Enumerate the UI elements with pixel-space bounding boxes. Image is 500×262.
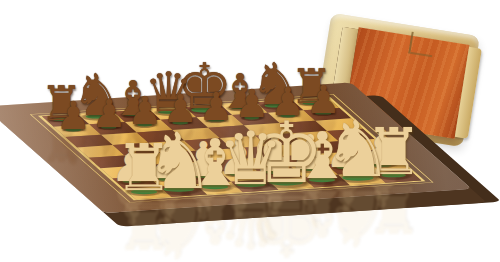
pieces-layer: ♜♜♞♞♝♝♛♛♚♚♝♝♞♞♜♜♟♟♟♟♟♟♟♟♟♟♟♟♟♟♟♟♟♟♟♟♟♟♟♟… — [0, 0, 500, 262]
piece-glyph: ♜ — [115, 136, 173, 201]
scene: ♜♜♞♞♝♝♛♛♚♚♝♝♞♞♜♜♟♟♟♟♟♟♟♟♟♟♟♟♟♟♟♟♟♟♟♟♟♟♟♟… — [0, 0, 500, 262]
piece-glyph: ♟ — [92, 94, 127, 133]
piece-glyph: ♟ — [56, 97, 91, 136]
